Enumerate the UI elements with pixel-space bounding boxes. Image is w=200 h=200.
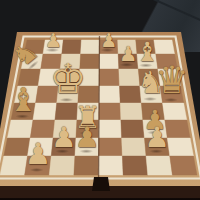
piece-king-c5[interactable]: ♚	[49, 60, 86, 101]
piece-knight-a7[interactable]: ♞	[8, 37, 44, 73]
pieces-layer: ♟♟♞♟♝♚♞♛♝♜♟♟♟♟♟	[0, 0, 200, 200]
piece-pawn-e8[interactable]: ♟	[100, 31, 117, 50]
piece-pawn-c2[interactable]: ♟	[51, 124, 76, 152]
photo-scene: ♟♟♞♟♝♚♞♛♝♜♟♟♟♟♟	[0, 0, 200, 200]
piece-queen-h5[interactable]: ♛	[155, 63, 189, 101]
piece-pawn-b1[interactable]: ♟	[25, 141, 51, 171]
piece-bishop-a4[interactable]: ♝	[9, 84, 38, 117]
piece-pawn-d2[interactable]: ♟	[74, 124, 99, 152]
piece-pawn-b8[interactable]: ♟	[45, 31, 62, 50]
piece-pawn-g2[interactable]: ♟	[144, 124, 169, 152]
